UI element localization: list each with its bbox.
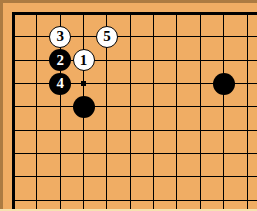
- stone-white-move-3: 3: [49, 26, 71, 48]
- go-board-diagram: 12345: [0, 0, 257, 211]
- stone-white-move-5: 5: [96, 26, 118, 48]
- stone-black-d15: [73, 96, 95, 118]
- stone-black-k16: [213, 73, 235, 95]
- go-board: 12345: [2, 2, 257, 211]
- stone-black-move-4: 4: [49, 73, 71, 95]
- stone-black-move-2: 2: [49, 49, 71, 71]
- stone-white-move-1: 1: [73, 49, 95, 71]
- star-point-marker: [81, 81, 86, 86]
